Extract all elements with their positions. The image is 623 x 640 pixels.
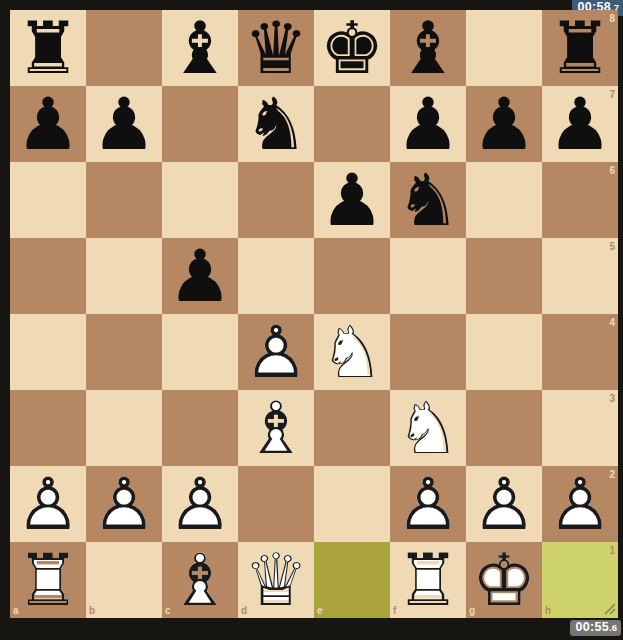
square-c2[interactable]: ♟♙ [162,466,238,542]
square-d4[interactable]: ♟♙ [238,314,314,390]
square-h5[interactable]: 5 [542,238,618,314]
white-pawn[interactable]: ♟♙ [466,466,542,542]
coord-rank-5: 5 [609,242,615,252]
square-f8[interactable]: ♝ [390,10,466,86]
square-a4[interactable] [10,314,86,390]
black-knight[interactable]: ♞ [238,86,314,162]
square-a1[interactable]: a♜♖ [10,542,86,618]
coord-file-h: h [545,606,551,616]
coord-rank-4: 4 [609,318,615,328]
square-h8[interactable]: 8♜ [542,10,618,86]
square-d7[interactable]: ♞ [238,86,314,162]
white-pawn[interactable]: ♟♙ [238,314,314,390]
square-g3[interactable] [466,390,542,466]
square-e4[interactable]: ♞♘ [314,314,390,390]
square-g1[interactable]: g♚♔ [466,542,542,618]
square-f6[interactable]: ♞ [390,162,466,238]
coord-file-b: b [89,606,95,616]
square-d3[interactable]: ♝♗ [238,390,314,466]
black-king[interactable]: ♚ [314,10,390,86]
square-e7[interactable] [314,86,390,162]
square-e1[interactable]: e [314,542,390,618]
square-f4[interactable] [390,314,466,390]
square-b6[interactable] [86,162,162,238]
white-knight[interactable]: ♞♘ [390,390,466,466]
square-e2[interactable] [314,466,390,542]
square-h6[interactable]: 6 [542,162,618,238]
white-bishop[interactable]: ♝♗ [162,542,238,618]
square-g8[interactable] [466,10,542,86]
square-f3[interactable]: ♞♘ [390,390,466,466]
square-d8[interactable]: ♛ [238,10,314,86]
square-f1[interactable]: f♜♖ [390,542,466,618]
square-g2[interactable]: ♟♙ [466,466,542,542]
black-knight[interactable]: ♞ [390,162,466,238]
clock-white-tenths: .6 [609,621,617,634]
square-a3[interactable] [10,390,86,466]
white-pawn[interactable]: ♟♙ [390,466,466,542]
black-pawn[interactable]: ♟ [314,162,390,238]
square-a2[interactable]: ♟♙ [10,466,86,542]
square-b3[interactable] [86,390,162,466]
coord-rank-1: 1 [609,546,615,556]
square-b7[interactable]: ♟ [86,86,162,162]
resize-grip-icon [602,601,617,616]
square-h4[interactable]: 4 [542,314,618,390]
square-e8[interactable]: ♚ [314,10,390,86]
square-b5[interactable] [86,238,162,314]
white-knight[interactable]: ♞♘ [314,314,390,390]
square-d6[interactable] [238,162,314,238]
board-resize-handle[interactable] [602,601,617,616]
white-pawn[interactable]: ♟♙ [542,466,618,542]
square-c7[interactable] [162,86,238,162]
square-g7[interactable]: ♟ [466,86,542,162]
square-g6[interactable] [466,162,542,238]
black-pawn[interactable]: ♟ [10,86,86,162]
square-d5[interactable] [238,238,314,314]
white-queen[interactable]: ♛♕ [238,542,314,618]
square-b4[interactable] [86,314,162,390]
black-pawn[interactable]: ♟ [162,238,238,314]
white-king[interactable]: ♚♔ [466,542,542,618]
black-pawn[interactable]: ♟ [86,86,162,162]
black-rook[interactable]: ♜ [10,10,86,86]
black-bishop[interactable]: ♝ [162,10,238,86]
square-b8[interactable] [86,10,162,86]
black-rook[interactable]: ♜ [542,10,618,86]
square-d2[interactable] [238,466,314,542]
white-pawn[interactable]: ♟♙ [86,466,162,542]
white-rook[interactable]: ♜♖ [390,542,466,618]
square-h2[interactable]: 2♟♙ [542,466,618,542]
square-g4[interactable] [466,314,542,390]
square-f5[interactable] [390,238,466,314]
square-e5[interactable] [314,238,390,314]
square-c8[interactable]: ♝ [162,10,238,86]
square-e3[interactable] [314,390,390,466]
square-a8[interactable]: ♜ [10,10,86,86]
square-a7[interactable]: ♟ [10,86,86,162]
white-pawn[interactable]: ♟♙ [162,466,238,542]
black-pawn[interactable]: ♟ [542,86,618,162]
black-bishop[interactable]: ♝ [390,10,466,86]
square-c4[interactable] [162,314,238,390]
square-h7[interactable]: 7♟ [542,86,618,162]
square-c1[interactable]: c♝♗ [162,542,238,618]
white-bishop[interactable]: ♝♗ [238,390,314,466]
black-queen[interactable]: ♛ [238,10,314,86]
black-pawn[interactable]: ♟ [466,86,542,162]
clock-white-time: 00:55 [576,621,609,634]
square-c3[interactable] [162,390,238,466]
square-d1[interactable]: d♛♕ [238,542,314,618]
square-e6[interactable]: ♟ [314,162,390,238]
coord-rank-6: 6 [609,166,615,176]
square-a6[interactable] [10,162,86,238]
square-c5[interactable]: ♟ [162,238,238,314]
white-rook[interactable]: ♜♖ [10,542,86,618]
square-g5[interactable] [466,238,542,314]
square-c6[interactable] [162,162,238,238]
square-h3[interactable]: 3 [542,390,618,466]
square-f7[interactable]: ♟ [390,86,466,162]
clock-white: 00:55.6 [570,620,621,636]
coord-rank-3: 3 [609,394,615,404]
square-b2[interactable]: ♟♙ [86,466,162,542]
black-pawn[interactable]: ♟ [390,86,466,162]
square-a5[interactable] [10,238,86,314]
coord-file-e: e [317,606,323,616]
chess-board: ♜♝♛♚♝8♜♟♟♞♟♟7♟♟♞6♟5♟♙♞♘4♝♗♞♘3♟♙♟♙♟♙♟♙♟♙2… [10,10,618,618]
square-f2[interactable]: ♟♙ [390,466,466,542]
white-pawn[interactable]: ♟♙ [10,466,86,542]
square-b1[interactable]: b [86,542,162,618]
